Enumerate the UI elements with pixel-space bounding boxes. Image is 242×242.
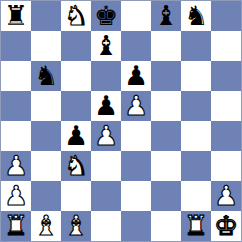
white-pawn[interactable]: ♟ (214, 182, 238, 209)
square-f7[interactable] (151, 31, 181, 61)
square-e8[interactable] (121, 1, 151, 31)
square-b2[interactable] (31, 181, 61, 211)
square-b1[interactable]: ♝ (31, 211, 61, 241)
square-c3[interactable]: ♞ (61, 151, 91, 181)
white-bishop[interactable]: ♝ (64, 212, 88, 239)
square-c5[interactable] (61, 91, 91, 121)
white-pawn[interactable]: ♟ (4, 152, 28, 179)
square-c1[interactable]: ♝ (61, 211, 91, 241)
white-pawn[interactable]: ♟ (94, 122, 118, 149)
black-knight[interactable]: ♞ (34, 62, 58, 89)
square-e2[interactable] (121, 181, 151, 211)
square-d3[interactable] (91, 151, 121, 181)
square-e6[interactable]: ♟ (121, 61, 151, 91)
black-pawn[interactable]: ♟ (64, 122, 88, 149)
square-c2[interactable] (61, 181, 91, 211)
square-a2[interactable]: ♟ (1, 181, 31, 211)
square-c4[interactable]: ♟ (61, 121, 91, 151)
square-b5[interactable] (31, 91, 61, 121)
square-b7[interactable] (31, 31, 61, 61)
square-b4[interactable] (31, 121, 61, 151)
white-pawn[interactable]: ♟ (4, 182, 28, 209)
square-d4[interactable]: ♟ (91, 121, 121, 151)
square-a3[interactable]: ♟ (1, 151, 31, 181)
square-g4[interactable] (181, 121, 211, 151)
square-h8[interactable] (211, 1, 241, 31)
white-bishop[interactable]: ♝ (34, 212, 58, 239)
black-king[interactable]: ♚ (94, 2, 118, 29)
square-e4[interactable] (121, 121, 151, 151)
square-f3[interactable] (151, 151, 181, 181)
square-e7[interactable] (121, 31, 151, 61)
square-f6[interactable] (151, 61, 181, 91)
square-h1[interactable]: ♚ (211, 211, 241, 241)
white-king[interactable]: ♚ (214, 212, 238, 239)
square-a7[interactable] (1, 31, 31, 61)
square-f8[interactable]: ♝ (151, 1, 181, 31)
square-g1[interactable]: ♜ (181, 211, 211, 241)
square-g6[interactable] (181, 61, 211, 91)
square-d1[interactable] (91, 211, 121, 241)
square-h6[interactable] (211, 61, 241, 91)
square-b8[interactable] (31, 1, 61, 31)
white-rook[interactable]: ♜ (184, 212, 208, 239)
white-pawn[interactable]: ♟ (124, 92, 148, 119)
black-bishop[interactable]: ♝ (154, 2, 178, 29)
white-rook[interactable]: ♜ (4, 212, 28, 239)
square-d5[interactable]: ♟ (91, 91, 121, 121)
square-g2[interactable] (181, 181, 211, 211)
square-h7[interactable] (211, 31, 241, 61)
square-d8[interactable]: ♚ (91, 1, 121, 31)
square-e5[interactable]: ♟ (121, 91, 151, 121)
square-h2[interactable]: ♟ (211, 181, 241, 211)
square-g7[interactable] (181, 31, 211, 61)
square-h3[interactable] (211, 151, 241, 181)
square-c8[interactable]: ♞ (61, 1, 91, 31)
black-pawn[interactable]: ♟ (94, 92, 118, 119)
square-a1[interactable]: ♜ (1, 211, 31, 241)
black-rook[interactable]: ♜ (4, 2, 28, 29)
square-a8[interactable]: ♜ (1, 1, 31, 31)
square-g5[interactable] (181, 91, 211, 121)
square-f2[interactable] (151, 181, 181, 211)
square-h4[interactable] (211, 121, 241, 151)
square-d7[interactable]: ♝ (91, 31, 121, 61)
square-d2[interactable] (91, 181, 121, 211)
square-c7[interactable] (61, 31, 91, 61)
black-bishop[interactable]: ♝ (94, 32, 118, 59)
square-a6[interactable] (1, 61, 31, 91)
square-b3[interactable] (31, 151, 61, 181)
square-g3[interactable] (181, 151, 211, 181)
square-h5[interactable] (211, 91, 241, 121)
square-f5[interactable] (151, 91, 181, 121)
white-knight[interactable]: ♞ (64, 2, 88, 29)
square-e1[interactable] (121, 211, 151, 241)
square-a5[interactable] (1, 91, 31, 121)
square-a4[interactable] (1, 121, 31, 151)
square-c6[interactable] (61, 61, 91, 91)
chess-board: ♜♞♚♝♞♝♞♟♟♟♟♟♟♞♟♟♜♝♝♜♚ (0, 0, 242, 242)
square-e3[interactable] (121, 151, 151, 181)
square-d6[interactable] (91, 61, 121, 91)
white-knight[interactable]: ♞ (64, 152, 88, 179)
square-f4[interactable] (151, 121, 181, 151)
black-knight[interactable]: ♞ (184, 2, 208, 29)
black-pawn[interactable]: ♟ (124, 62, 148, 89)
square-b6[interactable]: ♞ (31, 61, 61, 91)
square-g8[interactable]: ♞ (181, 1, 211, 31)
square-f1[interactable] (151, 211, 181, 241)
